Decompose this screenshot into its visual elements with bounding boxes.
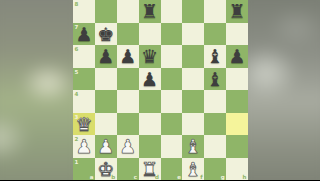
square-b5[interactable] — [95, 68, 117, 91]
square-g6[interactable]: ♝ — [204, 45, 226, 68]
square-d3[interactable] — [139, 113, 161, 136]
piece-white-pawn-a2[interactable]: ♟ — [75, 135, 92, 157]
square-h1[interactable]: h — [226, 158, 248, 181]
square-d1[interactable]: d♜ — [139, 158, 161, 181]
square-g5[interactable]: ♝ — [204, 68, 226, 91]
piece-black-pawn-b6[interactable]: ♟ — [97, 45, 114, 67]
piece-black-pawn-h6[interactable]: ♟ — [229, 45, 246, 67]
piece-white-pawn-c2[interactable]: ♟ — [119, 135, 136, 157]
square-a5[interactable]: 5 — [73, 68, 95, 91]
square-a1[interactable]: 1a — [73, 158, 95, 181]
square-e5[interactable] — [161, 68, 183, 91]
piece-black-rook-h8[interactable]: ♜ — [229, 0, 246, 22]
file-label-c: c — [134, 174, 137, 180]
piece-white-queen-a3[interactable]: ♛ — [75, 112, 92, 134]
piece-white-bishop-f2[interactable]: ♝ — [185, 135, 202, 157]
square-d4[interactable] — [139, 90, 161, 113]
square-h3[interactable] — [226, 113, 248, 136]
piece-black-pawn-a7[interactable]: ♟ — [75, 22, 92, 44]
square-f4[interactable] — [182, 90, 204, 113]
piece-white-bishop-f1[interactable]: ♝ — [185, 157, 202, 179]
square-f2[interactable]: ♝ — [182, 135, 204, 158]
square-e8[interactable] — [161, 0, 183, 23]
rank-label-1: 1 — [75, 159, 79, 165]
square-b8[interactable] — [95, 0, 117, 23]
square-e3[interactable] — [161, 113, 183, 136]
square-b6[interactable]: ♟ — [95, 45, 117, 68]
square-c2[interactable]: ♟ — [117, 135, 139, 158]
square-h2[interactable] — [226, 135, 248, 158]
square-f8[interactable] — [182, 0, 204, 23]
square-c1[interactable]: c — [117, 158, 139, 181]
piece-white-rook-d1[interactable]: ♜ — [141, 157, 158, 179]
square-b1[interactable]: b♚ — [95, 158, 117, 181]
square-g1[interactable]: g — [204, 158, 226, 181]
square-a6[interactable]: 6 — [73, 45, 95, 68]
chess-board: 8♜♜7♟♚6♟♟♛♝♟5♟♝43♛2♟♟♟♝1ab♚cd♜ef♝gh — [73, 0, 248, 180]
square-f1[interactable]: f♝ — [182, 158, 204, 181]
file-label-h: h — [243, 174, 247, 180]
piece-white-king-b1[interactable]: ♚ — [97, 157, 114, 179]
square-f6[interactable] — [182, 45, 204, 68]
square-g7[interactable] — [204, 23, 226, 46]
square-f5[interactable] — [182, 68, 204, 91]
letterbox-left — [0, 0, 73, 180]
square-h5[interactable] — [226, 68, 248, 91]
square-c6[interactable]: ♟ — [117, 45, 139, 68]
square-b7[interactable]: ♚ — [95, 23, 117, 46]
square-b4[interactable] — [95, 90, 117, 113]
piece-black-king-b7[interactable]: ♚ — [97, 22, 114, 44]
square-d6[interactable]: ♛ — [139, 45, 161, 68]
file-label-e: e — [177, 174, 181, 180]
square-e4[interactable] — [161, 90, 183, 113]
square-a2[interactable]: 2♟ — [73, 135, 95, 158]
square-c8[interactable] — [117, 0, 139, 23]
square-c3[interactable] — [117, 113, 139, 136]
square-f7[interactable] — [182, 23, 204, 46]
piece-black-pawn-d5[interactable]: ♟ — [141, 67, 158, 89]
piece-black-pawn-c6[interactable]: ♟ — [119, 45, 136, 67]
square-e7[interactable] — [161, 23, 183, 46]
rank-label-5: 5 — [75, 69, 79, 75]
square-g8[interactable] — [204, 0, 226, 23]
piece-black-bishop-g6[interactable]: ♝ — [207, 45, 224, 67]
piece-black-queen-d6[interactable]: ♛ — [141, 45, 158, 67]
piece-white-pawn-b2[interactable]: ♟ — [97, 135, 114, 157]
square-e2[interactable] — [161, 135, 183, 158]
square-b3[interactable] — [95, 113, 117, 136]
square-d8[interactable]: ♜ — [139, 0, 161, 23]
rank-label-6: 6 — [75, 46, 79, 52]
rank-label-4: 4 — [75, 91, 79, 97]
square-g3[interactable] — [204, 113, 226, 136]
square-h7[interactable] — [226, 23, 248, 46]
square-b2[interactable]: ♟ — [95, 135, 117, 158]
square-e6[interactable] — [161, 45, 183, 68]
blurred-board-backdrop-right — [248, 0, 320, 180]
letterbox-right — [248, 0, 320, 180]
square-e1[interactable]: e — [161, 158, 183, 181]
square-d2[interactable] — [139, 135, 161, 158]
piece-black-rook-d8[interactable]: ♜ — [141, 0, 158, 22]
square-a8[interactable]: 8 — [73, 0, 95, 23]
square-d5[interactable]: ♟ — [139, 68, 161, 91]
square-g2[interactable] — [204, 135, 226, 158]
square-a4[interactable]: 4 — [73, 90, 95, 113]
rank-label-8: 8 — [75, 1, 79, 7]
square-a7[interactable]: 7♟ — [73, 23, 95, 46]
square-g4[interactable] — [204, 90, 226, 113]
square-d7[interactable] — [139, 23, 161, 46]
square-a3[interactable]: 3♛ — [73, 113, 95, 136]
square-f3[interactable] — [182, 113, 204, 136]
square-c4[interactable] — [117, 90, 139, 113]
file-label-a: a — [90, 174, 94, 180]
square-h4[interactable] — [226, 90, 248, 113]
square-c7[interactable] — [117, 23, 139, 46]
file-label-g: g — [221, 174, 225, 180]
blurred-board-backdrop-left — [0, 0, 73, 180]
square-c5[interactable] — [117, 68, 139, 91]
piece-black-bishop-g5[interactable]: ♝ — [207, 67, 224, 89]
video-frame: 8♜♜7♟♚6♟♟♛♝♟5♟♝43♛2♟♟♟♝1ab♚cd♜ef♝gh — [0, 0, 320, 180]
square-h8[interactable]: ♜ — [226, 0, 248, 23]
square-h6[interactable]: ♟ — [226, 45, 248, 68]
